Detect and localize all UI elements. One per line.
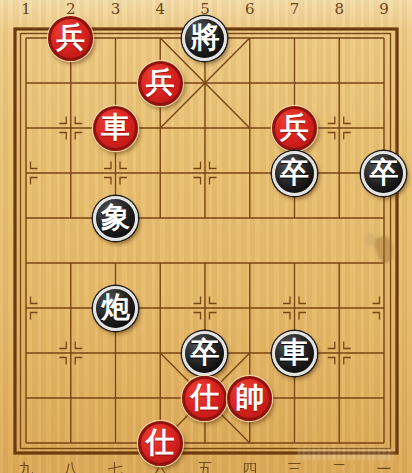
- piece-red-chariot[interactable]: 車: [93, 106, 138, 151]
- piece-black-soldier[interactable]: 卒: [272, 151, 317, 196]
- piece-glyph: 炮: [101, 293, 130, 322]
- piece-glyph: 兵: [146, 68, 175, 97]
- piece-glyph: 卒: [369, 158, 398, 187]
- pieces-layer[interactable]: 兵將兵車兵卒卒象炮卒車仕帥仕: [4, 16, 407, 466]
- piece-glyph: 帥: [235, 383, 264, 412]
- watermark: [298, 447, 394, 460]
- piece-glyph: 兵: [280, 113, 309, 142]
- piece-glyph: 將: [190, 23, 219, 52]
- piece-glyph: 卒: [190, 338, 219, 367]
- piece-red-advisor[interactable]: 仕: [138, 421, 183, 466]
- piece-red-advisor[interactable]: 仕: [182, 376, 227, 421]
- piece-black-elephant[interactable]: 象: [93, 196, 138, 241]
- piece-black-soldier[interactable]: 卒: [361, 151, 406, 196]
- piece-black-soldier[interactable]: 卒: [182, 331, 227, 376]
- piece-black-chariot[interactable]: 車: [272, 331, 317, 376]
- xiangqi-board-screen: 123456789 九八七六五四三二一 兵將兵車兵卒卒象炮卒車仕帥仕: [0, 0, 412, 473]
- piece-glyph: 仕: [146, 428, 175, 457]
- piece-glyph: 卒: [280, 158, 309, 187]
- piece-red-soldier[interactable]: 兵: [138, 61, 183, 106]
- piece-glyph: 仕: [190, 383, 219, 412]
- piece-black-cannon[interactable]: 炮: [93, 286, 138, 331]
- piece-black-general[interactable]: 將: [182, 16, 227, 61]
- piece-glyph: 車: [101, 113, 130, 142]
- piece-red-soldier[interactable]: 兵: [48, 16, 93, 61]
- piece-red-soldier[interactable]: 兵: [272, 106, 317, 151]
- piece-glyph: 象: [101, 203, 130, 232]
- piece-glyph: 兵: [56, 23, 85, 52]
- piece-red-general[interactable]: 帥: [227, 376, 272, 421]
- piece-glyph: 車: [280, 338, 309, 367]
